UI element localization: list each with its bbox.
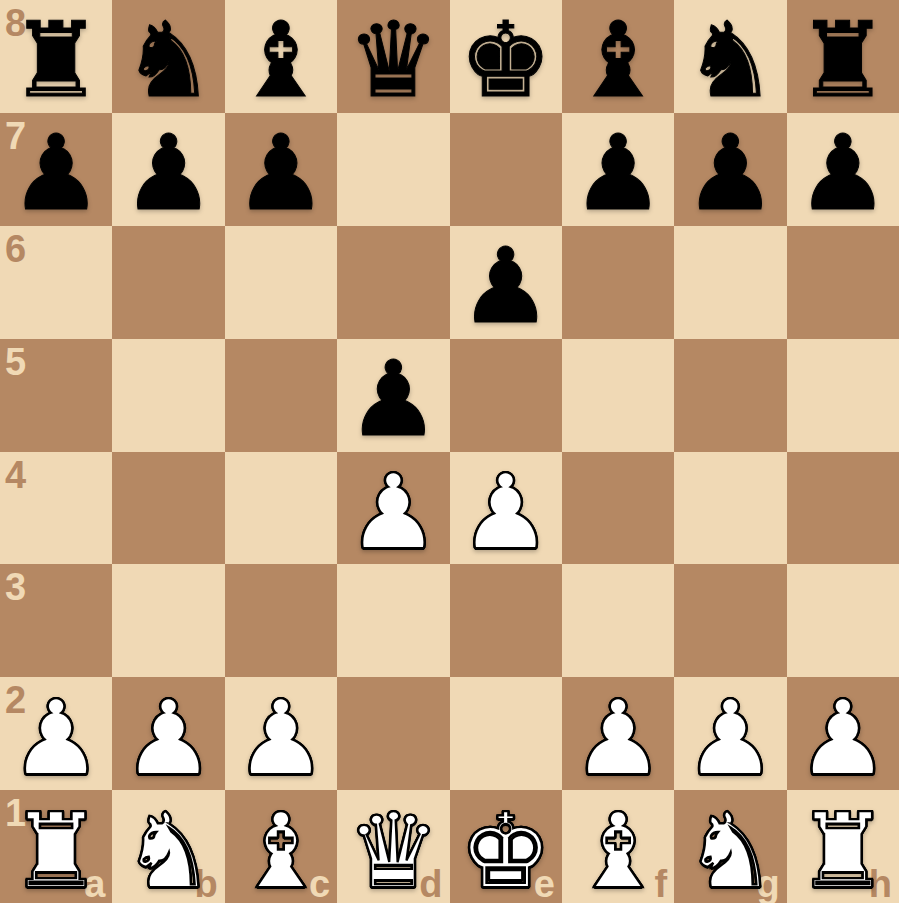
piece-black-pawn[interactable]: ♟: [459, 234, 552, 338]
square-e5[interactable]: [450, 339, 562, 452]
square-h2[interactable]: ♟: [787, 677, 899, 790]
square-h4[interactable]: [787, 452, 899, 565]
square-d8[interactable]: ♛: [337, 0, 449, 113]
square-a4[interactable]: 4: [0, 452, 112, 565]
square-f2[interactable]: ♟: [562, 677, 674, 790]
square-e3[interactable]: [450, 564, 562, 677]
piece-black-rook[interactable]: ♜: [10, 8, 103, 112]
square-e6[interactable]: ♟: [450, 226, 562, 339]
square-b2[interactable]: ♟: [112, 677, 224, 790]
piece-black-knight[interactable]: ♞: [684, 8, 777, 112]
piece-white-pawn[interactable]: ♟: [796, 686, 889, 790]
square-g8[interactable]: ♞: [674, 0, 786, 113]
piece-black-pawn[interactable]: ♟: [347, 347, 440, 451]
piece-white-knight[interactable]: ♞: [684, 799, 777, 903]
piece-black-bishop[interactable]: ♝: [571, 8, 664, 112]
square-b7[interactable]: ♟: [112, 113, 224, 226]
square-f5[interactable]: [562, 339, 674, 452]
square-d1[interactable]: d♛: [337, 790, 449, 903]
rank-label-4: 4: [5, 456, 26, 494]
piece-white-knight[interactable]: ♞: [122, 799, 215, 903]
square-h7[interactable]: ♟: [787, 113, 899, 226]
piece-black-pawn[interactable]: ♟: [10, 121, 103, 225]
piece-black-pawn[interactable]: ♟: [234, 121, 327, 225]
square-f1[interactable]: f♝: [562, 790, 674, 903]
square-c1[interactable]: c♝: [225, 790, 337, 903]
square-h1[interactable]: h♜: [787, 790, 899, 903]
square-c4[interactable]: [225, 452, 337, 565]
square-a2[interactable]: 2♟: [0, 677, 112, 790]
piece-white-bishop[interactable]: ♝: [234, 799, 327, 903]
square-d2[interactable]: [337, 677, 449, 790]
piece-white-king[interactable]: ♚: [459, 799, 552, 903]
square-e4[interactable]: ♟: [450, 452, 562, 565]
square-b4[interactable]: [112, 452, 224, 565]
square-d5[interactable]: ♟: [337, 339, 449, 452]
square-h3[interactable]: [787, 564, 899, 677]
piece-white-pawn[interactable]: ♟: [122, 686, 215, 790]
square-f8[interactable]: ♝: [562, 0, 674, 113]
square-c2[interactable]: ♟: [225, 677, 337, 790]
piece-white-pawn[interactable]: ♟: [459, 460, 552, 564]
square-a1[interactable]: 1a♜: [0, 790, 112, 903]
square-c8[interactable]: ♝: [225, 0, 337, 113]
square-g1[interactable]: g♞: [674, 790, 786, 903]
square-g5[interactable]: [674, 339, 786, 452]
square-g6[interactable]: [674, 226, 786, 339]
square-b6[interactable]: [112, 226, 224, 339]
piece-black-bishop[interactable]: ♝: [234, 8, 327, 112]
piece-black-pawn[interactable]: ♟: [122, 121, 215, 225]
square-e1[interactable]: e♚: [450, 790, 562, 903]
square-e8[interactable]: ♚: [450, 0, 562, 113]
square-c6[interactable]: [225, 226, 337, 339]
square-g2[interactable]: ♟: [674, 677, 786, 790]
piece-white-pawn[interactable]: ♟: [10, 686, 103, 790]
square-a3[interactable]: 3: [0, 564, 112, 677]
piece-white-pawn[interactable]: ♟: [347, 460, 440, 564]
square-a7[interactable]: 7♟: [0, 113, 112, 226]
square-d6[interactable]: [337, 226, 449, 339]
square-b5[interactable]: [112, 339, 224, 452]
piece-black-knight[interactable]: ♞: [122, 8, 215, 112]
square-d7[interactable]: [337, 113, 449, 226]
piece-black-pawn[interactable]: ♟: [571, 121, 664, 225]
square-a6[interactable]: 6: [0, 226, 112, 339]
square-f6[interactable]: [562, 226, 674, 339]
piece-white-pawn[interactable]: ♟: [684, 686, 777, 790]
rank-label-6: 6: [5, 230, 26, 268]
square-h6[interactable]: [787, 226, 899, 339]
square-h5[interactable]: [787, 339, 899, 452]
piece-white-queen[interactable]: ♛: [347, 799, 440, 903]
piece-black-king[interactable]: ♚: [459, 8, 552, 112]
square-a8[interactable]: 8♜: [0, 0, 112, 113]
square-e7[interactable]: [450, 113, 562, 226]
square-a5[interactable]: 5: [0, 339, 112, 452]
square-c3[interactable]: [225, 564, 337, 677]
piece-black-queen[interactable]: ♛: [347, 8, 440, 112]
square-b1[interactable]: b♞: [112, 790, 224, 903]
square-g7[interactable]: ♟: [674, 113, 786, 226]
piece-white-rook[interactable]: ♜: [796, 799, 889, 903]
square-f4[interactable]: [562, 452, 674, 565]
square-g4[interactable]: [674, 452, 786, 565]
square-h8[interactable]: ♜: [787, 0, 899, 113]
rank-label-3: 3: [5, 568, 26, 606]
square-d3[interactable]: [337, 564, 449, 677]
square-g3[interactable]: [674, 564, 786, 677]
square-b3[interactable]: [112, 564, 224, 677]
square-f3[interactable]: [562, 564, 674, 677]
piece-white-pawn[interactable]: ♟: [571, 686, 664, 790]
rank-label-5: 5: [5, 343, 26, 381]
piece-white-pawn[interactable]: ♟: [234, 686, 327, 790]
square-f7[interactable]: ♟: [562, 113, 674, 226]
square-c5[interactable]: [225, 339, 337, 452]
piece-black-pawn[interactable]: ♟: [684, 121, 777, 225]
chess-board: 8♜♞♝♛♚♝♞♜7♟♟♟♟♟♟6♟5♟4♟♟32♟♟♟♟♟♟1a♜b♞c♝d♛…: [0, 0, 899, 903]
piece-black-pawn[interactable]: ♟: [796, 121, 889, 225]
piece-white-rook[interactable]: ♜: [10, 799, 103, 903]
square-e2[interactable]: [450, 677, 562, 790]
piece-black-rook[interactable]: ♜: [796, 8, 889, 112]
square-d4[interactable]: ♟: [337, 452, 449, 565]
square-c7[interactable]: ♟: [225, 113, 337, 226]
square-b8[interactable]: ♞: [112, 0, 224, 113]
piece-white-bishop[interactable]: ♝: [571, 799, 664, 903]
